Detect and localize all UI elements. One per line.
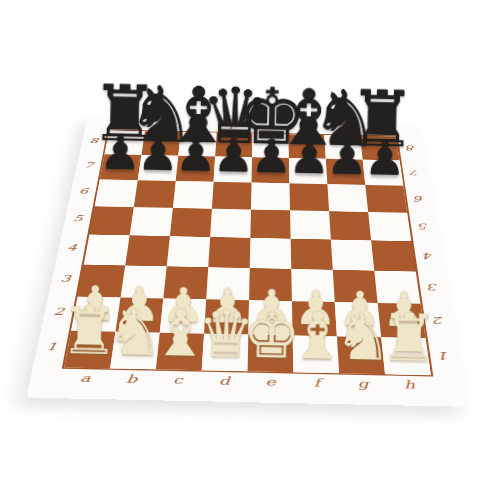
square-g6 (327, 184, 368, 212)
square-c5 (170, 208, 212, 237)
square-g1: ♞ (337, 336, 385, 374)
piece-white-rook: ♜ (378, 305, 437, 371)
piece-black-pawn: ♟ (250, 134, 292, 181)
square-h7: ♟ (363, 160, 404, 186)
square-h1: ♜ (381, 337, 431, 375)
file-label-bottom-g: g (339, 375, 388, 406)
square-e6 (251, 183, 290, 211)
file-label-bottom-f: f (293, 374, 341, 405)
board-grid: ♜♞♝♛♚♝♞♜♟♟♟♟♟♟♟♟♟♟♟♟♟♟♟♟♜♞♝♛♚♝♞♜ (62, 129, 434, 376)
square-d5 (210, 209, 251, 238)
square-h6 (365, 185, 407, 213)
square-h4 (371, 240, 416, 271)
square-e7: ♟ (252, 157, 290, 183)
product-photo-scene: abcdefgh 87654321 ♜♞♝♛♚♝♞♜♟♟♟♟♟♟♟♟♟♟♟♟♟♟… (0, 0, 500, 500)
file-label-bottom-e: e (247, 373, 294, 404)
piece-black-pawn: ♟ (363, 136, 405, 183)
rank-label-right-5: 5 (409, 212, 439, 241)
square-f1: ♝ (293, 336, 340, 374)
square-d7: ♟ (214, 157, 252, 183)
square-e5 (250, 209, 290, 238)
file-label-bottom-a: a (58, 369, 109, 399)
rank-label-right-4: 4 (413, 240, 444, 271)
square-f7: ♟ (289, 158, 327, 184)
square-d4 (208, 237, 250, 268)
chess-mat: abcdefgh 87654321 ♜♞♝♛♚♝♞♜♟♟♟♟♟♟♟♟♟♟♟♟♟♟… (26, 118, 467, 407)
square-a4 (84, 234, 130, 265)
square-g4 (331, 240, 374, 271)
square-a5 (89, 206, 133, 235)
square-c6 (173, 181, 214, 209)
square-h5 (368, 212, 411, 241)
square-b7: ♟ (138, 155, 179, 181)
square-f5 (290, 210, 331, 239)
square-c7: ♟ (176, 156, 216, 182)
square-b5 (130, 207, 173, 236)
square-a7: ♟ (100, 154, 142, 180)
square-e1: ♚ (248, 335, 294, 373)
file-label-bottom-b: b (106, 370, 156, 400)
square-c4 (167, 236, 210, 267)
rank-label-left-6: 6 (68, 178, 98, 205)
piece-black-pawn: ♟ (174, 132, 216, 179)
square-g7: ♟ (326, 159, 366, 185)
square-f6 (289, 183, 329, 211)
board-middle: 87654321 ♜♞♝♛♚♝♞♜♟♟♟♟♟♟♟♟♟♟♟♟♟♟♟♟♜♞♝♛♚♝♞… (33, 129, 463, 377)
square-g5 (329, 211, 371, 240)
square-d6 (212, 182, 252, 210)
square-f4 (291, 239, 333, 270)
square-b6 (134, 180, 176, 208)
square-a6 (95, 179, 138, 207)
piece-black-pawn: ♟ (288, 134, 330, 181)
square-b4 (125, 235, 170, 266)
piece-black-pawn: ♟ (212, 133, 254, 180)
rank-label-right-6: 6 (405, 185, 434, 212)
square-e4 (250, 238, 292, 269)
mat-inner: abcdefgh 87654321 ♜♞♝♛♚♝♞♜♟♟♟♟♟♟♟♟♟♟♟♟♟♟… (26, 118, 467, 407)
piece-black-pawn: ♟ (99, 130, 141, 177)
piece-black-pawn: ♟ (325, 135, 367, 182)
file-label-bottom-h: h (385, 376, 435, 407)
file-label-bottom-d: d (200, 372, 248, 402)
file-label-bottom-c: c (153, 371, 202, 401)
piece-black-pawn: ♟ (136, 131, 178, 178)
